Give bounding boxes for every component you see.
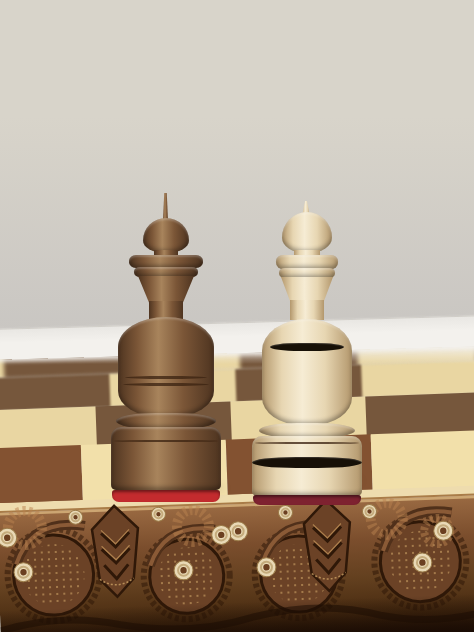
board-square <box>0 445 83 507</box>
wall-background <box>0 0 474 332</box>
bone-button <box>362 504 377 519</box>
light-king-finial-onion <box>282 212 332 253</box>
bone-button <box>151 507 166 522</box>
bone-button <box>257 557 277 577</box>
light-king-collar-upper <box>276 255 338 269</box>
light-king-black-ring-base <box>252 457 362 468</box>
dark-king-finial-knob <box>143 218 189 253</box>
bone-button <box>413 553 433 573</box>
dark-king-bulb <box>118 317 214 417</box>
dark-king-collar-lower <box>134 267 198 277</box>
light-king-collar-lower <box>279 268 335 278</box>
light-king-base-groove <box>255 442 359 444</box>
light-king-cup <box>281 277 333 302</box>
carved-apron <box>0 485 474 632</box>
board-square <box>365 392 474 436</box>
board-square <box>361 360 474 398</box>
light-king-felt-pad <box>253 495 361 505</box>
bone-button <box>68 510 83 525</box>
bone-button <box>228 521 248 541</box>
dark-king-cup <box>138 276 194 303</box>
dark-king-base-groove <box>114 440 218 442</box>
bone-button <box>211 525 231 545</box>
light-king-neck <box>290 300 324 320</box>
bone-button <box>14 562 34 582</box>
dark-king-felt-pad <box>112 490 220 502</box>
dark-king-bulb-groove-2 <box>123 383 209 386</box>
light-king-bulb <box>262 319 352 425</box>
dark-king-piece <box>108 193 224 503</box>
bone-button <box>433 521 453 541</box>
chess-photo-scene <box>0 0 474 632</box>
board-square <box>0 406 97 450</box>
dark-king-bulb-groove-1 <box>125 376 207 379</box>
bone-button <box>278 505 293 520</box>
dark-king-base-cylinder <box>111 427 221 490</box>
bone-button <box>174 560 194 580</box>
light-king-black-ring-upper <box>270 343 344 351</box>
light-king-piece <box>250 201 364 505</box>
board-square <box>371 429 474 491</box>
